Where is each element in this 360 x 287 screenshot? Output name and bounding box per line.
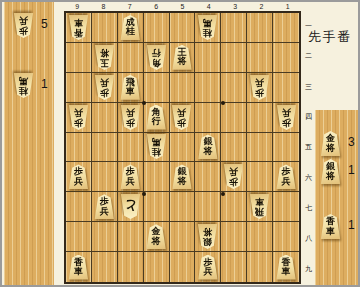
gote-piece-歩[interactable]: 歩兵: [171, 105, 192, 130]
sente-hand-item: 銀将1: [320, 159, 341, 184]
gote-hand-item: 桂馬1: [13, 73, 34, 98]
square-5八[interactable]: [170, 222, 196, 252]
square-7九[interactable]: [118, 252, 144, 282]
square-2五[interactable]: [247, 133, 273, 163]
square-2四[interactable]: [247, 103, 273, 133]
file-label-3: 3: [222, 2, 248, 11]
gote-piece-銀[interactable]: 銀将: [197, 224, 218, 249]
square-5三[interactable]: [170, 73, 196, 103]
square-9七[interactable]: [66, 192, 92, 222]
sente-piece-stand: 金将3銀将1香車1: [315, 110, 358, 287]
file-label-6: 6: [143, 2, 169, 11]
sente-hand-count: 1: [348, 218, 355, 232]
square-9一[interactable]: 香車: [66, 13, 92, 43]
square-8一[interactable]: [92, 13, 118, 43]
square-1八[interactable]: [273, 222, 299, 252]
square-5四[interactable]: 歩兵: [170, 103, 196, 133]
square-3三[interactable]: [221, 73, 247, 103]
square-1九[interactable]: 香車: [273, 252, 299, 282]
square-9八[interactable]: [66, 222, 92, 252]
square-4一[interactable]: 桂馬: [195, 13, 221, 43]
sente-piece-歩[interactable]: 歩兵: [276, 164, 297, 189]
shogi-diagram: 歩兵5桂馬1 金将3銀将1香車1 987654321 一二三四五六七八九 香車成…: [0, 0, 360, 287]
sente-piece-飛[interactable]: 飛車: [120, 75, 141, 100]
sente-piece-銀[interactable]: 銀将: [320, 159, 341, 184]
file-label-7: 7: [117, 2, 143, 11]
sente-hand-item: 金将3: [320, 131, 341, 156]
square-8五[interactable]: [92, 133, 118, 163]
square-6四[interactable]: 角行: [144, 103, 170, 133]
square-3六[interactable]: 歩兵: [221, 162, 247, 192]
gote-hand-item: 歩兵5: [13, 13, 34, 38]
square-4三[interactable]: [195, 73, 221, 103]
shogi-board: 香車成桂桂馬玉将角行王将歩兵飛車歩兵歩兵歩兵角行歩兵歩兵桂馬銀将歩兵歩兵銀将歩兵…: [64, 11, 301, 284]
gote-piece-歩[interactable]: 歩兵: [249, 75, 270, 100]
gote-piece-と[interactable]: と: [120, 194, 141, 219]
rank-label-七: 七: [302, 193, 315, 223]
gote-piece-歩[interactable]: 歩兵: [120, 105, 141, 130]
gote-hand-count: 5: [41, 17, 48, 31]
file-labels: 987654321: [64, 2, 301, 11]
square-2七[interactable]: 飛車: [247, 192, 273, 222]
square-9五[interactable]: [66, 133, 92, 163]
gote-hand-count: 1: [41, 77, 48, 91]
square-5九[interactable]: [170, 252, 196, 282]
file-label-1: 1: [275, 2, 301, 11]
square-7八[interactable]: [118, 222, 144, 252]
sente-hand-count: 1: [348, 163, 355, 177]
square-3八[interactable]: [221, 222, 247, 252]
sente-piece-金[interactable]: 金将: [146, 224, 167, 249]
sente-piece-王[interactable]: 王将: [171, 45, 192, 70]
square-5五[interactable]: [170, 133, 196, 163]
square-1四[interactable]: 歩兵: [273, 103, 299, 133]
sente-piece-香[interactable]: 香車: [276, 255, 297, 280]
sente-piece-歩[interactable]: 歩兵: [68, 164, 89, 189]
sente-piece-歩[interactable]: 歩兵: [120, 164, 141, 189]
square-9九[interactable]: 香車: [66, 252, 92, 282]
square-4六[interactable]: [195, 162, 221, 192]
gote-piece-歩[interactable]: 歩兵: [94, 75, 115, 100]
square-4七[interactable]: [195, 192, 221, 222]
square-9六[interactable]: 歩兵: [66, 162, 92, 192]
square-3五[interactable]: [221, 133, 247, 163]
square-8七[interactable]: 歩兵: [92, 192, 118, 222]
star-point: [142, 101, 146, 105]
square-1六[interactable]: 歩兵: [273, 162, 299, 192]
gote-piece-歩[interactable]: 歩兵: [276, 105, 297, 130]
square-3四[interactable]: [221, 103, 247, 133]
rank-label-四: 四: [302, 102, 315, 132]
square-1五[interactable]: [273, 133, 299, 163]
square-5六[interactable]: 銀将: [170, 162, 196, 192]
rank-label-九: 九: [302, 254, 315, 284]
square-8三[interactable]: 歩兵: [92, 73, 118, 103]
square-1三[interactable]: [273, 73, 299, 103]
square-7三[interactable]: 飛車: [118, 73, 144, 103]
square-7五[interactable]: [118, 133, 144, 163]
gote-piece-歩[interactable]: 歩兵: [68, 105, 89, 130]
rank-labels: 一二三四五六七八九: [302, 11, 315, 284]
square-6六[interactable]: [144, 162, 170, 192]
file-label-5: 5: [169, 2, 195, 11]
square-6七[interactable]: [144, 192, 170, 222]
square-2八[interactable]: [247, 222, 273, 252]
square-5一[interactable]: [170, 13, 196, 43]
square-4二[interactable]: [195, 43, 221, 73]
gote-piece-歩[interactable]: 歩兵: [13, 13, 34, 38]
square-3二[interactable]: [221, 43, 247, 73]
rank-label-八: 八: [302, 223, 315, 253]
file-label-9: 9: [64, 2, 90, 11]
square-2六[interactable]: [247, 162, 273, 192]
square-1二[interactable]: [273, 43, 299, 73]
square-5二[interactable]: 王将: [170, 43, 196, 73]
square-3七[interactable]: [221, 192, 247, 222]
square-8八[interactable]: [92, 222, 118, 252]
gote-piece-角[interactable]: 角行: [146, 45, 167, 70]
sente-piece-成桂[interactable]: 成桂: [120, 15, 141, 40]
sente-piece-金[interactable]: 金将: [320, 131, 341, 156]
square-8九[interactable]: [92, 252, 118, 282]
square-6五[interactable]: 桂馬: [144, 133, 170, 163]
gote-piece-香[interactable]: 香車: [68, 15, 89, 40]
rank-label-六: 六: [302, 163, 315, 193]
square-7七[interactable]: と: [118, 192, 144, 222]
rank-label-五: 五: [302, 132, 315, 162]
square-3一[interactable]: [221, 13, 247, 43]
square-4四[interactable]: [195, 103, 221, 133]
file-label-4: 4: [196, 2, 222, 11]
square-4八[interactable]: 銀将: [195, 222, 221, 252]
file-label-2: 2: [248, 2, 274, 11]
square-8六[interactable]: [92, 162, 118, 192]
sente-piece-香[interactable]: 香車: [68, 255, 89, 280]
square-6二[interactable]: 角行: [144, 43, 170, 73]
sente-piece-角[interactable]: 角行: [146, 105, 167, 130]
gote-piece-飛[interactable]: 飛車: [249, 194, 270, 219]
square-1七[interactable]: [273, 192, 299, 222]
gote-piece-桂[interactable]: 桂馬: [13, 73, 34, 98]
sente-piece-銀[interactable]: 銀将: [197, 134, 218, 159]
sente-piece-歩[interactable]: 歩兵: [94, 194, 115, 219]
rank-label-三: 三: [302, 72, 315, 102]
square-1一[interactable]: [273, 13, 299, 43]
square-9三[interactable]: [66, 73, 92, 103]
square-2三[interactable]: 歩兵: [247, 73, 273, 103]
square-2九[interactable]: [247, 252, 273, 282]
square-6三[interactable]: [144, 73, 170, 103]
gote-piece-桂[interactable]: 桂馬: [146, 134, 167, 159]
square-4五[interactable]: 銀将: [195, 133, 221, 163]
star-point: [221, 101, 225, 105]
square-2一[interactable]: [247, 13, 273, 43]
square-3九[interactable]: [221, 252, 247, 282]
turn-indicator: 先手番: [308, 28, 352, 46]
sente-piece-香[interactable]: 香車: [320, 214, 341, 239]
square-7一[interactable]: 成桂: [118, 13, 144, 43]
sente-hand-count: 3: [348, 135, 355, 149]
square-9四[interactable]: 歩兵: [66, 103, 92, 133]
sente-hand-item: 香車1: [320, 214, 341, 239]
square-2二[interactable]: [247, 43, 273, 73]
square-6八[interactable]: 金将: [144, 222, 170, 252]
gote-piece-stand: 歩兵5桂馬1: [4, 2, 54, 285]
gote-piece-玉[interactable]: 玉将: [94, 45, 115, 70]
board-grid: 香車成桂桂馬玉将角行王将歩兵飛車歩兵歩兵歩兵角行歩兵歩兵桂馬銀将歩兵歩兵銀将歩兵…: [66, 13, 299, 282]
square-7二[interactable]: [118, 43, 144, 73]
file-label-8: 8: [90, 2, 116, 11]
square-9二[interactable]: [66, 43, 92, 73]
square-6一[interactable]: [144, 13, 170, 43]
square-8四[interactable]: [92, 103, 118, 133]
square-7四[interactable]: 歩兵: [118, 103, 144, 133]
square-7六[interactable]: 歩兵: [118, 162, 144, 192]
gote-piece-歩[interactable]: 歩兵: [223, 164, 244, 189]
square-8二[interactable]: 玉将: [92, 43, 118, 73]
gote-piece-桂[interactable]: 桂馬: [197, 15, 218, 40]
square-5七[interactable]: [170, 192, 196, 222]
square-6九[interactable]: [144, 252, 170, 282]
square-4九[interactable]: 歩兵: [195, 252, 221, 282]
sente-piece-銀[interactable]: 銀将: [171, 164, 192, 189]
star-point: [142, 192, 146, 196]
star-point: [221, 192, 225, 196]
sente-piece-歩[interactable]: 歩兵: [197, 255, 218, 280]
